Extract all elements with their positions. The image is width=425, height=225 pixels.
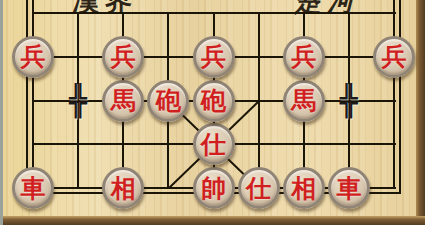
piece-character: 兵 (21, 44, 46, 69)
piece-soldier[interactable]: 兵 (193, 36, 235, 78)
piece-character: 兵 (382, 44, 407, 69)
piece-soldier[interactable]: 兵 (373, 36, 415, 78)
piece-soldier[interactable]: 兵 (12, 36, 54, 78)
piece-soldier[interactable]: 兵 (283, 36, 325, 78)
piece-character: 相 (291, 176, 316, 201)
piece-character: 兵 (291, 44, 316, 69)
piece-elephant[interactable]: 相 (283, 167, 325, 209)
piece-advisor[interactable]: 仕 (238, 167, 280, 209)
piece-character: 仕 (246, 176, 271, 201)
piece-advisor[interactable]: 仕 (193, 123, 235, 165)
point-marker: ╬ (336, 88, 362, 114)
piece-cannon[interactable]: 砲 (193, 80, 235, 122)
piece-character: 馬 (111, 88, 136, 113)
piece-soldier[interactable]: 兵 (102, 36, 144, 78)
piece-character: 仕 (201, 132, 226, 157)
piece-character: 馬 (291, 88, 316, 113)
piece-general[interactable]: 帥 (193, 167, 235, 209)
piece-chariot[interactable]: 車 (328, 167, 370, 209)
xiangqi-app-window: 漢界 楚河 車 相 帥 仕 相 車 仕 馬 砲 砲 馬 兵 兵 兵 兵 兵 ╬╬ (0, 0, 425, 225)
piece-character: 砲 (156, 88, 181, 113)
piece-chariot[interactable]: 車 (12, 167, 54, 209)
piece-character: 兵 (111, 44, 136, 69)
piece-character: 兵 (201, 44, 226, 69)
piece-character: 砲 (201, 88, 226, 113)
piece-character: 帥 (201, 176, 226, 201)
piece-horse[interactable]: 馬 (283, 80, 325, 122)
point-marker: ╬ (65, 88, 91, 114)
piece-horse[interactable]: 馬 (102, 80, 144, 122)
piece-character: 車 (21, 176, 46, 201)
piece-cannon[interactable]: 砲 (147, 80, 189, 122)
piece-elephant[interactable]: 相 (102, 167, 144, 209)
piece-character: 相 (111, 176, 136, 201)
piece-character: 車 (336, 176, 361, 201)
